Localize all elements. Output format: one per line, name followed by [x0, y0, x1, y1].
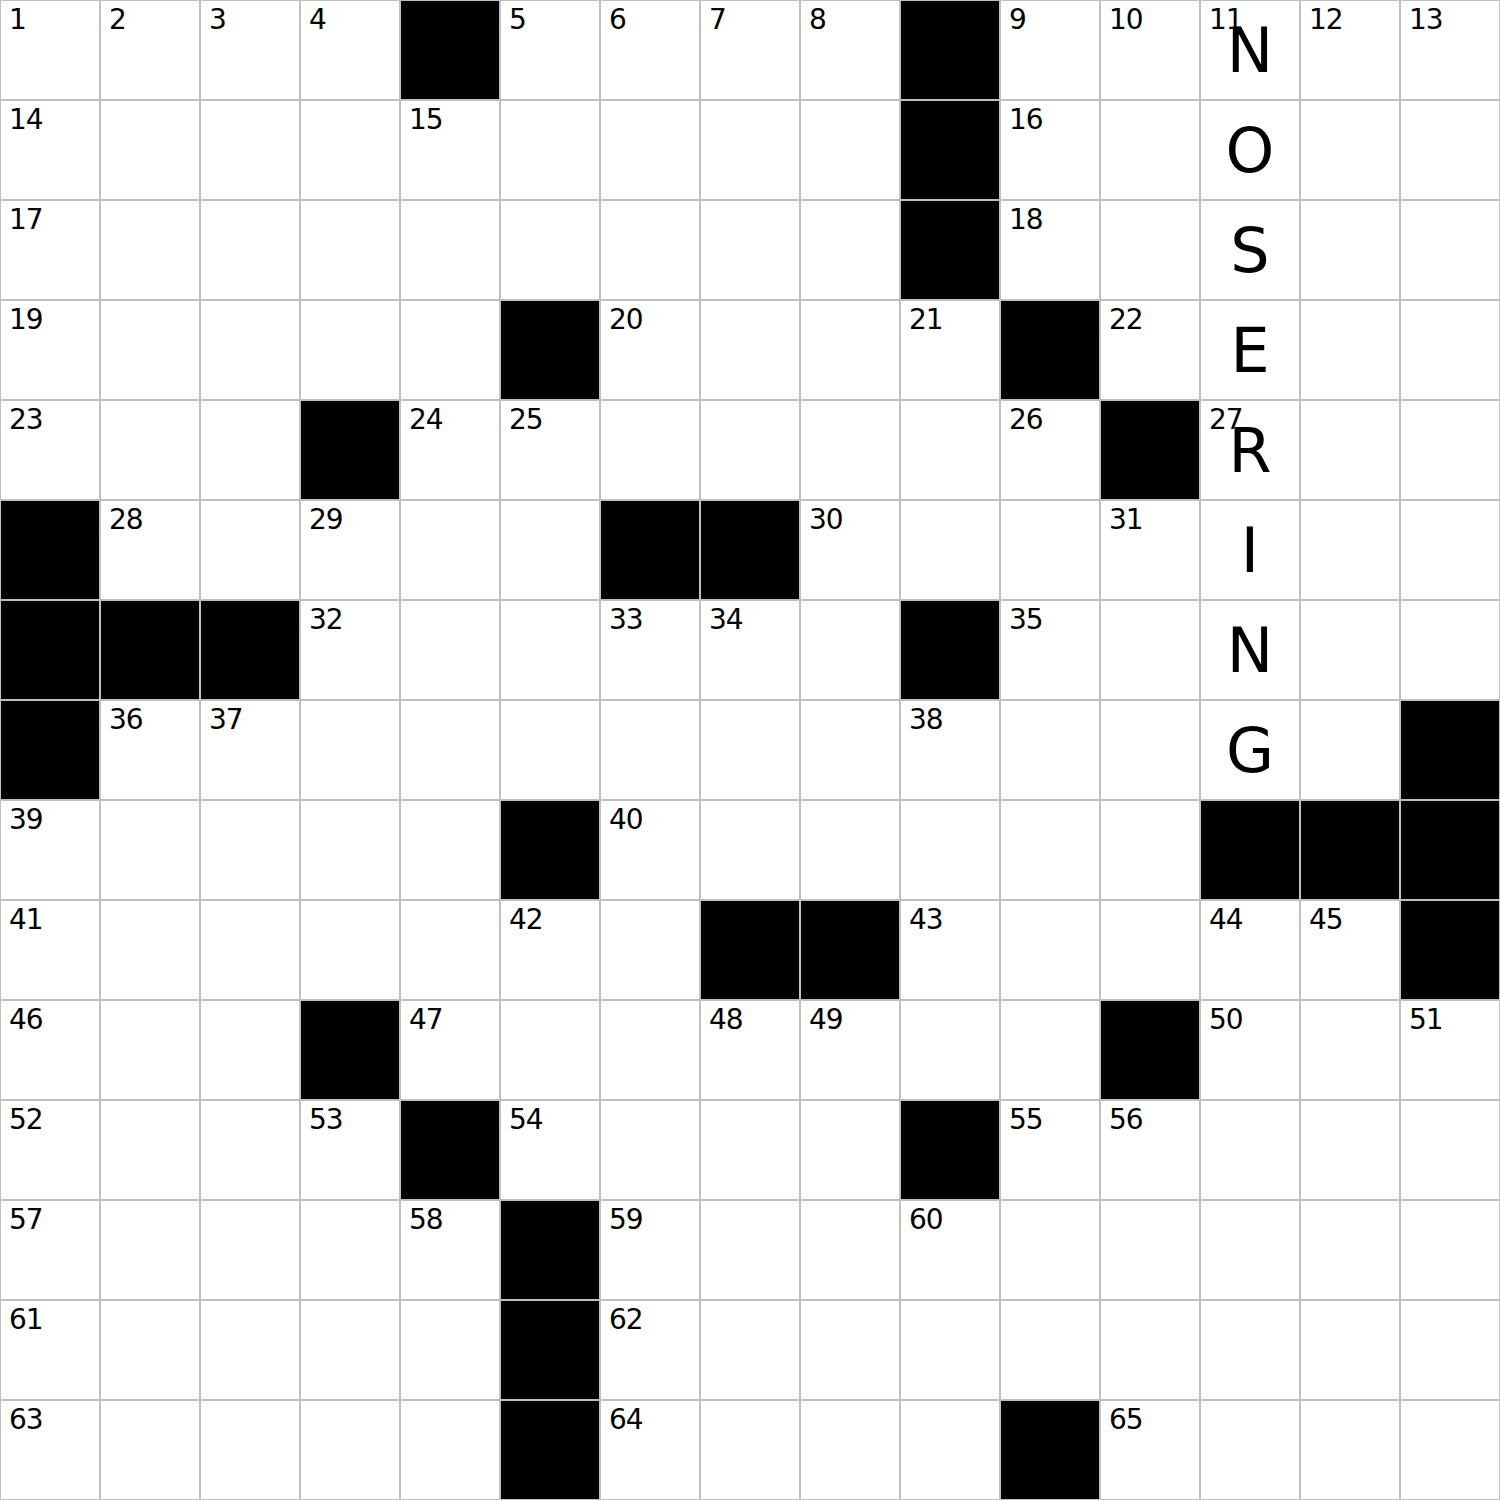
- clue-number: 28: [109, 505, 143, 536]
- white-cell[interactable]: 60: [900, 1200, 1000, 1300]
- white-cell[interactable]: [1300, 1300, 1400, 1400]
- white-cell[interactable]: [1400, 100, 1500, 200]
- white-cell[interactable]: 58: [400, 1200, 500, 1300]
- clue-number: 47: [409, 1005, 443, 1036]
- white-cell[interactable]: 10: [1100, 0, 1200, 100]
- white-cell[interactable]: [900, 500, 1000, 600]
- white-cell[interactable]: [700, 300, 800, 400]
- clue-number: 61: [9, 1305, 43, 1336]
- black-cell: [0, 500, 100, 600]
- white-cell[interactable]: [300, 700, 400, 800]
- white-cell[interactable]: [1400, 200, 1500, 300]
- white-cell[interactable]: 64: [600, 1400, 700, 1500]
- white-cell[interactable]: 44: [1200, 900, 1300, 1000]
- crossword-grid: 1234567891011N1213141516O1718S19202122E2…: [0, 0, 1500, 1500]
- black-cell: [1000, 300, 1100, 400]
- clue-number: 54: [509, 1105, 543, 1136]
- white-cell[interactable]: [800, 700, 900, 800]
- clue-number: 51: [1409, 1005, 1443, 1036]
- clue-number: 33: [609, 605, 643, 636]
- white-cell[interactable]: 24: [400, 400, 500, 500]
- white-cell[interactable]: [700, 800, 800, 900]
- white-cell[interactable]: G: [1200, 700, 1300, 800]
- white-cell[interactable]: [200, 300, 300, 400]
- clue-number: 17: [9, 205, 43, 236]
- white-cell[interactable]: 2: [100, 0, 200, 100]
- white-cell[interactable]: [100, 400, 200, 500]
- clue-number: 35: [1009, 605, 1043, 636]
- black-cell: [1300, 800, 1400, 900]
- clue-number: 13: [1409, 5, 1443, 36]
- white-cell[interactable]: [1400, 600, 1500, 700]
- white-cell[interactable]: [700, 100, 800, 200]
- white-cell[interactable]: [800, 1100, 900, 1200]
- white-cell[interactable]: 25: [500, 400, 600, 500]
- white-cell[interactable]: [200, 1100, 300, 1200]
- clue-number: 25: [509, 405, 543, 436]
- white-cell[interactable]: [1100, 200, 1200, 300]
- white-cell[interactable]: [1300, 400, 1400, 500]
- clue-number: 43: [909, 905, 943, 936]
- clue-number: 65: [1109, 1405, 1143, 1436]
- clue-number: 63: [9, 1405, 43, 1436]
- black-cell: [300, 400, 400, 500]
- filled-letter: R: [1228, 420, 1271, 482]
- white-cell[interactable]: 27R: [1200, 400, 1300, 500]
- white-cell[interactable]: 49: [800, 1000, 900, 1100]
- clue-number: 64: [609, 1405, 643, 1436]
- white-cell[interactable]: [600, 1100, 700, 1200]
- white-cell[interactable]: [1000, 500, 1100, 600]
- white-cell[interactable]: 54: [500, 1100, 600, 1200]
- white-cell[interactable]: [1100, 900, 1200, 1000]
- white-cell[interactable]: 22: [1100, 300, 1200, 400]
- white-cell[interactable]: [200, 900, 300, 1000]
- white-cell[interactable]: [1300, 1000, 1400, 1100]
- white-cell[interactable]: [700, 400, 800, 500]
- clue-number: 34: [709, 605, 743, 636]
- clue-number: 1: [9, 5, 26, 36]
- white-cell[interactable]: E: [1200, 300, 1300, 400]
- white-cell[interactable]: 41: [0, 900, 100, 1000]
- filled-letter: S: [1230, 220, 1269, 282]
- white-cell[interactable]: [1100, 1300, 1200, 1400]
- white-cell[interactable]: 13: [1400, 0, 1500, 100]
- white-cell[interactable]: [800, 1400, 900, 1500]
- white-cell[interactable]: 32: [300, 600, 400, 700]
- clue-number: 36: [109, 705, 143, 736]
- white-cell[interactable]: 35: [1000, 600, 1100, 700]
- white-cell[interactable]: [1300, 1400, 1400, 1500]
- white-cell[interactable]: [400, 500, 500, 600]
- white-cell[interactable]: 65: [1100, 1400, 1200, 1500]
- white-cell[interactable]: [200, 1300, 300, 1400]
- white-cell[interactable]: [1100, 100, 1200, 200]
- white-cell[interactable]: [100, 300, 200, 400]
- black-cell: [600, 500, 700, 600]
- white-cell[interactable]: [800, 600, 900, 700]
- black-cell: [1200, 800, 1300, 900]
- white-cell[interactable]: [800, 200, 900, 300]
- white-cell[interactable]: N: [1200, 600, 1300, 700]
- clue-number: 18: [1009, 205, 1043, 236]
- black-cell: [700, 500, 800, 600]
- black-cell: [500, 1200, 600, 1300]
- white-cell[interactable]: [300, 800, 400, 900]
- filled-letter: O: [1226, 120, 1275, 182]
- white-cell[interactable]: 52: [0, 1100, 100, 1200]
- black-cell: [200, 600, 300, 700]
- white-cell[interactable]: [1200, 1200, 1300, 1300]
- white-cell[interactable]: [700, 1400, 800, 1500]
- white-cell[interactable]: [1200, 1100, 1300, 1200]
- white-cell[interactable]: [800, 800, 900, 900]
- white-cell[interactable]: 18: [1000, 200, 1100, 300]
- white-cell[interactable]: [400, 600, 500, 700]
- clue-number: 19: [9, 305, 43, 336]
- clue-number: 52: [9, 1105, 43, 1136]
- white-cell[interactable]: [300, 100, 400, 200]
- white-cell[interactable]: [300, 1300, 400, 1400]
- clue-number: 23: [9, 405, 43, 436]
- white-cell[interactable]: [500, 600, 600, 700]
- clue-number: 38: [909, 705, 943, 736]
- white-cell[interactable]: [600, 700, 700, 800]
- white-cell[interactable]: [1000, 1200, 1100, 1300]
- clue-number: 3: [209, 5, 226, 36]
- white-cell[interactable]: [100, 1200, 200, 1300]
- clue-number: 2: [109, 5, 126, 36]
- white-cell[interactable]: [1300, 700, 1400, 800]
- white-cell[interactable]: [400, 1400, 500, 1500]
- white-cell[interactable]: 42: [500, 900, 600, 1000]
- white-cell[interactable]: [900, 1400, 1000, 1500]
- black-cell: [400, 1100, 500, 1200]
- white-cell[interactable]: 46: [0, 1000, 100, 1100]
- white-cell[interactable]: [1300, 100, 1400, 200]
- white-cell[interactable]: [1000, 1000, 1100, 1100]
- white-cell[interactable]: [1100, 800, 1200, 900]
- white-cell[interactable]: [400, 900, 500, 1000]
- white-cell[interactable]: [200, 100, 300, 200]
- white-cell[interactable]: [600, 400, 700, 500]
- white-cell[interactable]: 48: [700, 1000, 800, 1100]
- black-cell: [900, 200, 1000, 300]
- white-cell[interactable]: 50: [1200, 1000, 1300, 1100]
- white-cell[interactable]: 23: [0, 400, 100, 500]
- black-cell: [300, 1000, 400, 1100]
- clue-number: 5: [509, 5, 526, 36]
- white-cell[interactable]: [1400, 1300, 1500, 1400]
- white-cell[interactable]: 6: [600, 0, 700, 100]
- clue-number: 55: [1009, 1105, 1043, 1136]
- clue-number: 57: [9, 1205, 43, 1236]
- white-cell[interactable]: 7: [700, 0, 800, 100]
- white-cell[interactable]: [1400, 1400, 1500, 1500]
- white-cell[interactable]: 5: [500, 0, 600, 100]
- clue-number: 50: [1209, 1005, 1243, 1036]
- white-cell[interactable]: 40: [600, 800, 700, 900]
- black-cell: [400, 0, 500, 100]
- white-cell[interactable]: [200, 1000, 300, 1100]
- black-cell: [900, 100, 1000, 200]
- black-cell: [1100, 400, 1200, 500]
- white-cell[interactable]: [200, 400, 300, 500]
- clue-number: 40: [609, 805, 643, 836]
- black-cell: [700, 900, 800, 1000]
- white-cell[interactable]: 4: [300, 0, 400, 100]
- white-cell[interactable]: 8: [800, 0, 900, 100]
- clue-number: 31: [1109, 505, 1143, 536]
- white-cell[interactable]: [700, 200, 800, 300]
- white-cell[interactable]: 45: [1300, 900, 1400, 1000]
- clue-number: 26: [1009, 405, 1043, 436]
- clue-number: 20: [609, 305, 643, 336]
- white-cell[interactable]: 14: [0, 100, 100, 200]
- clue-number: 30: [809, 505, 843, 536]
- black-cell: [500, 300, 600, 400]
- white-cell[interactable]: 38: [900, 700, 1000, 800]
- black-cell: [900, 0, 1000, 100]
- white-cell[interactable]: I: [1200, 500, 1300, 600]
- white-cell[interactable]: 39: [0, 800, 100, 900]
- white-cell[interactable]: [1200, 1400, 1300, 1500]
- white-cell[interactable]: [1300, 1100, 1400, 1200]
- white-cell[interactable]: [1000, 800, 1100, 900]
- clue-number: 58: [409, 1205, 443, 1236]
- white-cell[interactable]: [300, 200, 400, 300]
- white-cell[interactable]: 29: [300, 500, 400, 600]
- black-cell: [1000, 1400, 1100, 1500]
- clue-number: 32: [309, 605, 343, 636]
- clue-number: 39: [9, 805, 43, 836]
- white-cell[interactable]: [200, 200, 300, 300]
- clue-number: 12: [1309, 5, 1343, 36]
- white-cell[interactable]: [500, 100, 600, 200]
- white-cell[interactable]: 56: [1100, 1100, 1200, 1200]
- clue-number: 29: [309, 505, 343, 536]
- white-cell[interactable]: [1300, 600, 1400, 700]
- white-cell[interactable]: [1400, 500, 1500, 600]
- white-cell[interactable]: 59: [600, 1200, 700, 1300]
- black-cell: [500, 1400, 600, 1500]
- white-cell[interactable]: [300, 900, 400, 1000]
- white-cell[interactable]: 55: [1000, 1100, 1100, 1200]
- black-cell: [900, 600, 1000, 700]
- white-cell[interactable]: 34: [700, 600, 800, 700]
- filled-letter: G: [1226, 720, 1274, 782]
- clue-number: 22: [1109, 305, 1143, 336]
- white-cell[interactable]: [500, 200, 600, 300]
- clue-number: 62: [609, 1305, 643, 1336]
- white-cell[interactable]: [100, 200, 200, 300]
- clue-number: 46: [9, 1005, 43, 1036]
- clue-number: 10: [1109, 5, 1143, 36]
- white-cell[interactable]: 62: [600, 1300, 700, 1400]
- white-cell[interactable]: [800, 1300, 900, 1400]
- white-cell[interactable]: [400, 300, 500, 400]
- black-cell: [1400, 900, 1500, 1000]
- white-cell[interactable]: [100, 1400, 200, 1500]
- white-cell[interactable]: [100, 100, 200, 200]
- white-cell[interactable]: [1000, 900, 1100, 1000]
- white-cell[interactable]: [600, 100, 700, 200]
- white-cell[interactable]: [1100, 1200, 1200, 1300]
- black-cell: [1400, 700, 1500, 800]
- white-cell[interactable]: [400, 800, 500, 900]
- clue-number: 42: [509, 905, 543, 936]
- clue-number: 6: [609, 5, 626, 36]
- white-cell[interactable]: 19: [0, 300, 100, 400]
- clue-number: 9: [1009, 5, 1026, 36]
- white-cell[interactable]: 1: [0, 0, 100, 100]
- clue-number: 8: [809, 5, 826, 36]
- black-cell: [0, 600, 100, 700]
- white-cell[interactable]: 21: [900, 300, 1000, 400]
- clue-number: 53: [309, 1105, 343, 1136]
- white-cell[interactable]: 63: [0, 1400, 100, 1500]
- white-cell[interactable]: [200, 800, 300, 900]
- white-cell[interactable]: 37: [200, 700, 300, 800]
- clue-number: 49: [809, 1005, 843, 1036]
- white-cell[interactable]: [100, 1100, 200, 1200]
- white-cell[interactable]: [800, 1200, 900, 1300]
- white-cell[interactable]: [1200, 1300, 1300, 1400]
- white-cell[interactable]: 47: [400, 1000, 500, 1100]
- white-cell[interactable]: [200, 1200, 300, 1300]
- white-cell[interactable]: [1300, 500, 1400, 600]
- black-cell: [1400, 800, 1500, 900]
- clue-number: 44: [1209, 905, 1243, 936]
- white-cell[interactable]: 3: [200, 0, 300, 100]
- white-cell[interactable]: [1400, 300, 1500, 400]
- white-cell[interactable]: 51: [1400, 1000, 1500, 1100]
- white-cell[interactable]: 17: [0, 200, 100, 300]
- white-cell[interactable]: [500, 1000, 600, 1100]
- white-cell[interactable]: [800, 300, 900, 400]
- clue-number: 24: [409, 405, 443, 436]
- white-cell[interactable]: [1300, 300, 1400, 400]
- white-cell[interactable]: 31: [1100, 500, 1200, 600]
- white-cell[interactable]: [700, 700, 800, 800]
- clue-number: 14: [9, 105, 43, 136]
- black-cell: [800, 900, 900, 1000]
- white-cell[interactable]: [800, 100, 900, 200]
- clue-number: 48: [709, 1005, 743, 1036]
- clue-number: 56: [1109, 1105, 1143, 1136]
- white-cell[interactable]: [100, 1000, 200, 1100]
- clue-number: 21: [909, 305, 943, 336]
- filled-letter: N: [1227, 620, 1273, 682]
- white-cell[interactable]: [400, 200, 500, 300]
- white-cell[interactable]: [500, 700, 600, 800]
- clue-number: 37: [209, 705, 243, 736]
- white-cell[interactable]: [700, 1300, 800, 1400]
- white-cell[interactable]: 61: [0, 1300, 100, 1400]
- white-cell[interactable]: 33: [600, 600, 700, 700]
- clue-number: 41: [9, 905, 43, 936]
- white-cell[interactable]: [200, 500, 300, 600]
- white-cell[interactable]: [1000, 700, 1100, 800]
- white-cell[interactable]: [600, 200, 700, 300]
- white-cell[interactable]: 53: [300, 1100, 400, 1200]
- white-cell[interactable]: 36: [100, 700, 200, 800]
- filled-letter: N: [1227, 20, 1273, 82]
- white-cell[interactable]: [1300, 1200, 1400, 1300]
- clue-number: 4: [309, 5, 326, 36]
- white-cell[interactable]: [700, 1200, 800, 1300]
- white-cell[interactable]: [700, 1100, 800, 1200]
- white-cell[interactable]: [400, 1300, 500, 1400]
- white-cell[interactable]: [1400, 400, 1500, 500]
- white-cell[interactable]: 9: [1000, 0, 1100, 100]
- white-cell[interactable]: [900, 1000, 1000, 1100]
- white-cell[interactable]: [600, 900, 700, 1000]
- black-cell: [1100, 1000, 1200, 1100]
- white-cell[interactable]: 20: [600, 300, 700, 400]
- clue-number: 59: [609, 1205, 643, 1236]
- white-cell[interactable]: [900, 400, 1000, 500]
- filled-letter: I: [1241, 520, 1259, 582]
- white-cell[interactable]: [500, 500, 600, 600]
- white-cell[interactable]: S: [1200, 200, 1300, 300]
- white-cell[interactable]: [900, 1300, 1000, 1400]
- white-cell[interactable]: [100, 1300, 200, 1400]
- white-cell[interactable]: 15: [400, 100, 500, 200]
- white-cell[interactable]: 30: [800, 500, 900, 600]
- white-cell[interactable]: [400, 700, 500, 800]
- filled-letter: E: [1230, 320, 1269, 382]
- white-cell[interactable]: [1400, 1200, 1500, 1300]
- white-cell[interactable]: [100, 800, 200, 900]
- white-cell[interactable]: [900, 800, 1000, 900]
- clue-number: 45: [1309, 905, 1343, 936]
- clue-number: 15: [409, 105, 443, 136]
- white-cell[interactable]: 12: [1300, 0, 1400, 100]
- white-cell[interactable]: 16: [1000, 100, 1100, 200]
- black-cell: [100, 600, 200, 700]
- white-cell[interactable]: [1100, 700, 1200, 800]
- clue-number: 16: [1009, 105, 1043, 136]
- clue-number: 7: [709, 5, 726, 36]
- black-cell: [500, 800, 600, 900]
- white-cell[interactable]: 26: [1000, 400, 1100, 500]
- white-cell[interactable]: 43: [900, 900, 1000, 1000]
- white-cell[interactable]: [300, 1200, 400, 1300]
- white-cell[interactable]: [800, 400, 900, 500]
- white-cell[interactable]: 11N: [1200, 0, 1300, 100]
- white-cell[interactable]: [1100, 600, 1200, 700]
- white-cell[interactable]: [1000, 1300, 1100, 1400]
- black-cell: [0, 700, 100, 800]
- clue-number: 60: [909, 1205, 943, 1236]
- white-cell[interactable]: [600, 1000, 700, 1100]
- white-cell[interactable]: [300, 1400, 400, 1500]
- white-cell[interactable]: O: [1200, 100, 1300, 200]
- white-cell[interactable]: [1400, 1100, 1500, 1200]
- black-cell: [500, 1300, 600, 1400]
- white-cell[interactable]: [100, 900, 200, 1000]
- white-cell[interactable]: 28: [100, 500, 200, 600]
- white-cell[interactable]: [1300, 200, 1400, 300]
- white-cell[interactable]: 57: [0, 1200, 100, 1300]
- white-cell[interactable]: [300, 300, 400, 400]
- black-cell: [900, 1100, 1000, 1200]
- white-cell[interactable]: [200, 1400, 300, 1500]
